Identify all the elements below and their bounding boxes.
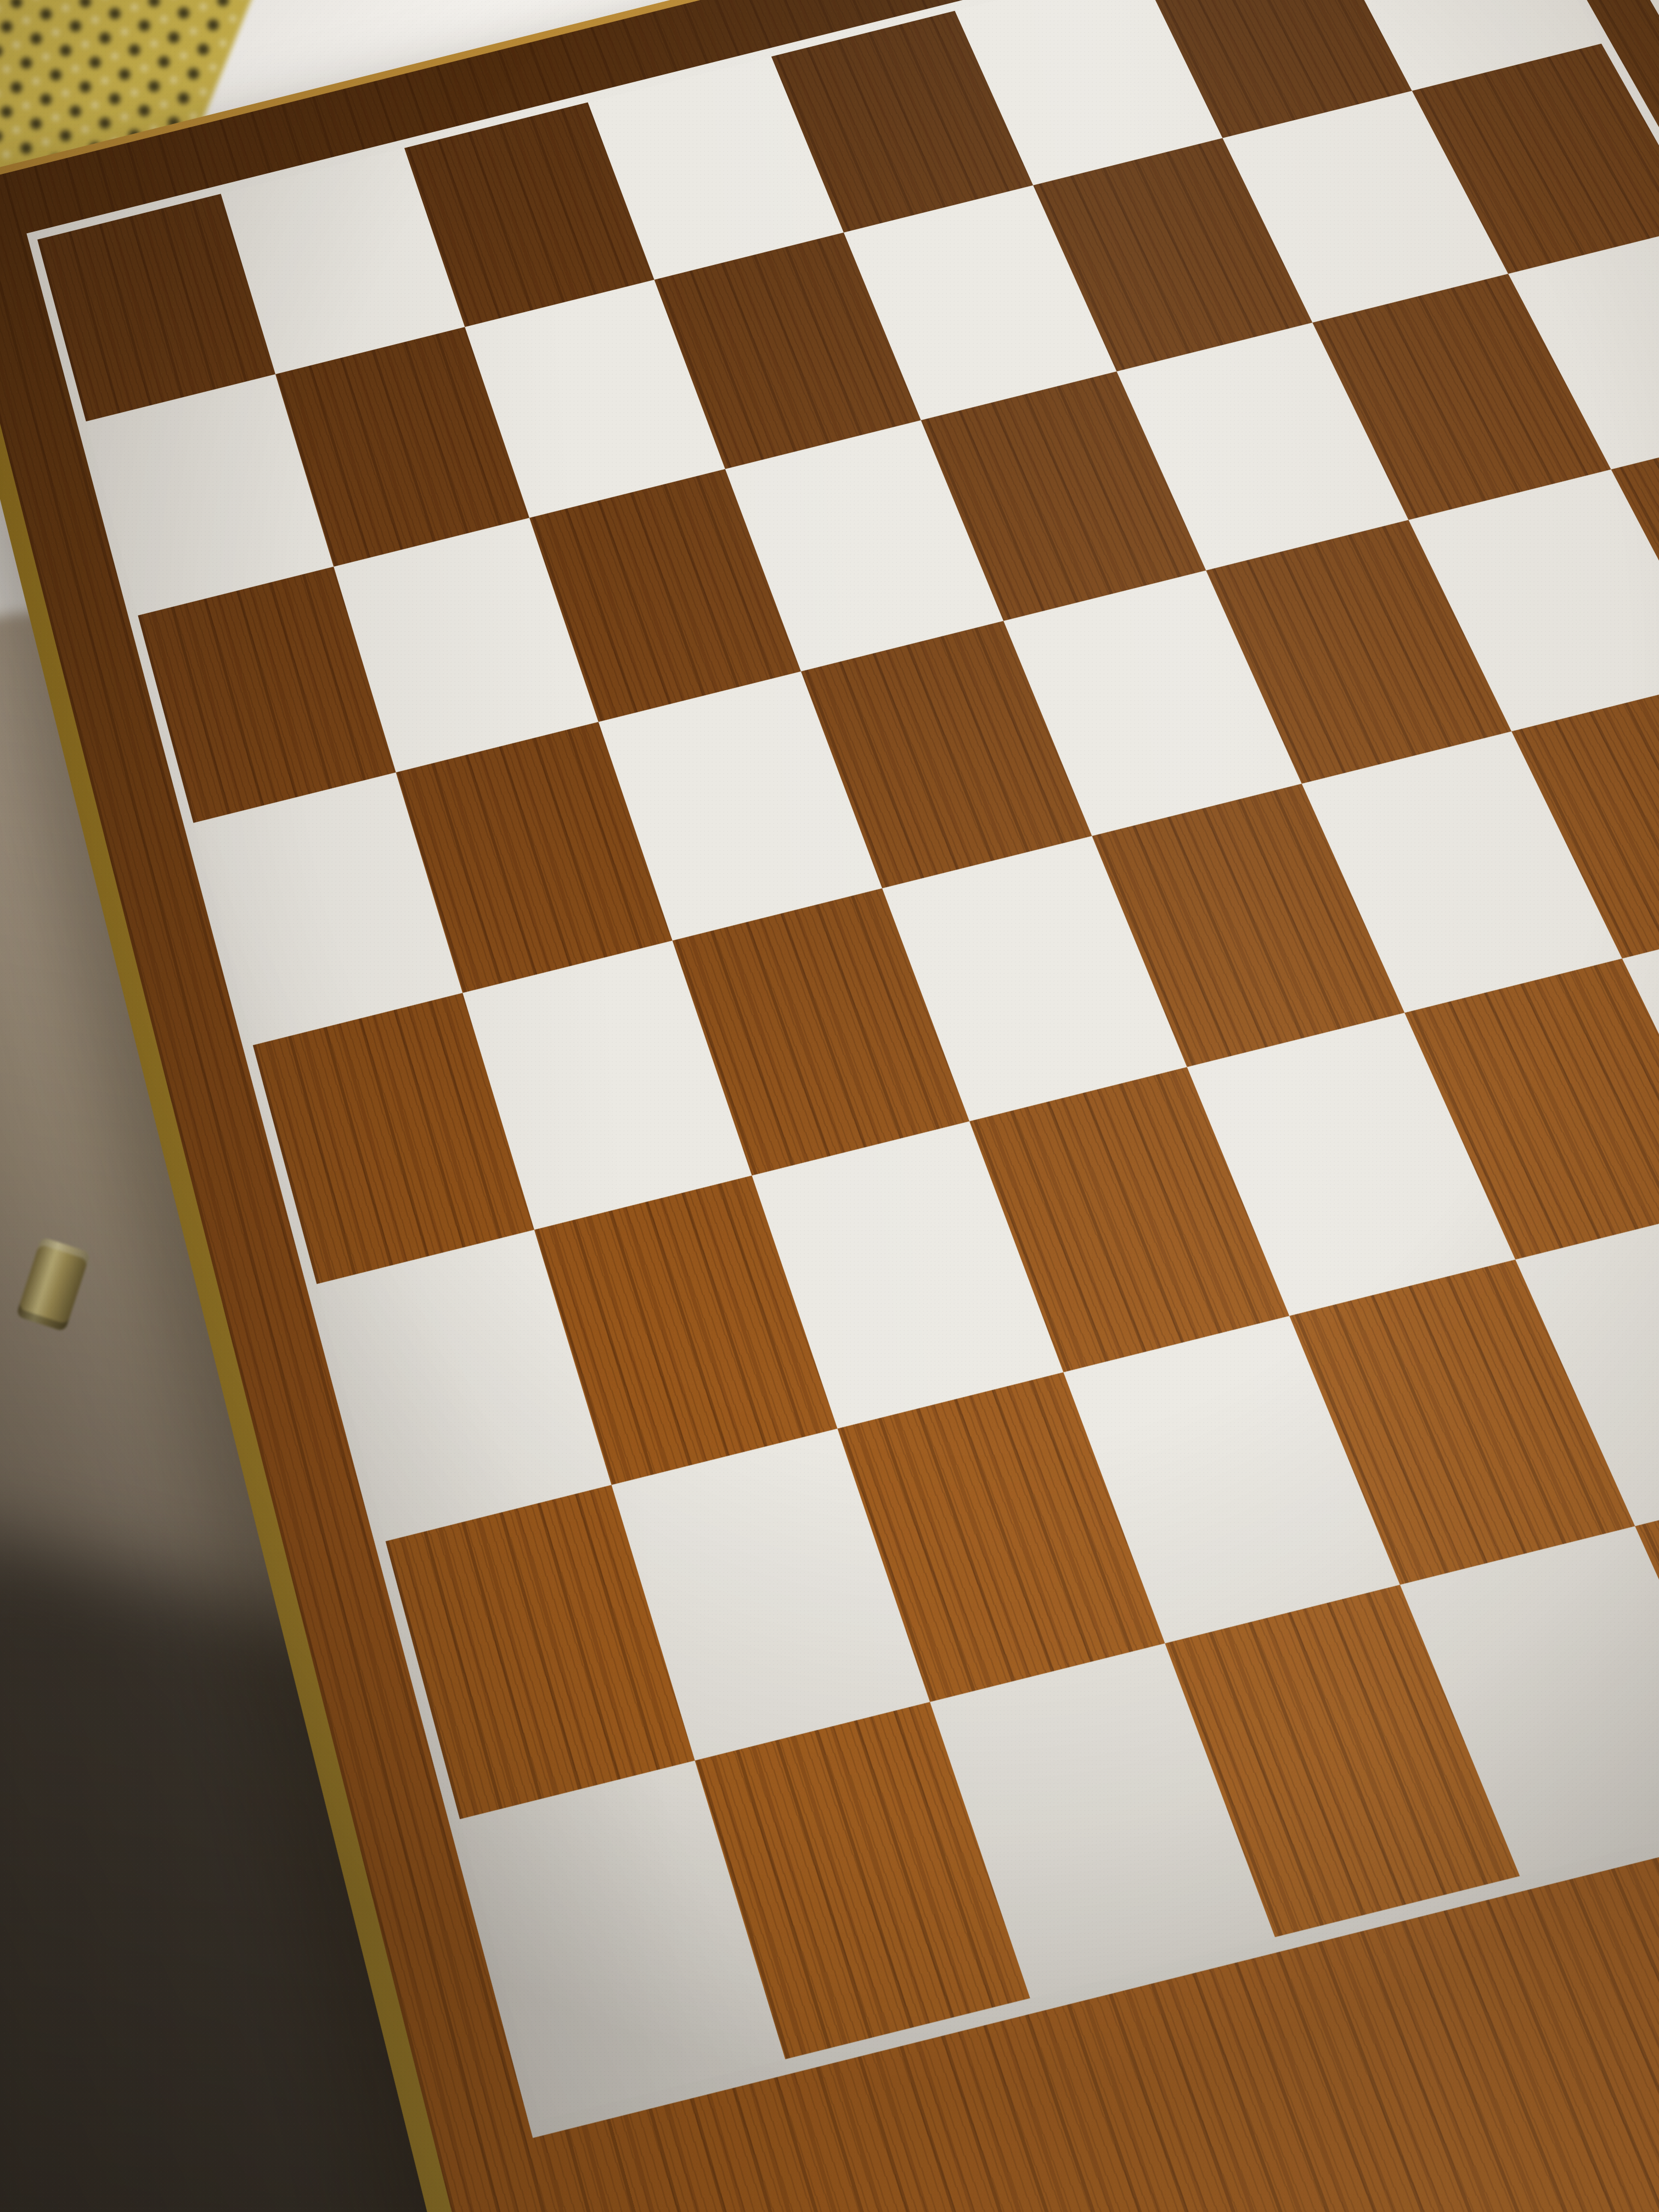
photo-scene: [0, 0, 1659, 2212]
